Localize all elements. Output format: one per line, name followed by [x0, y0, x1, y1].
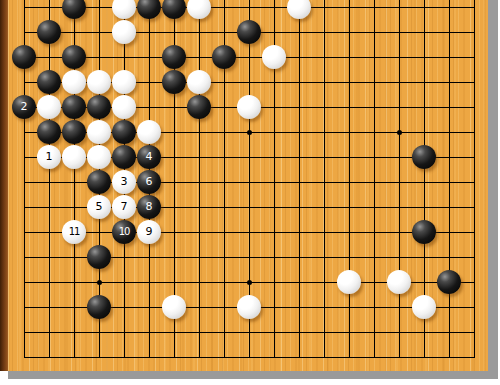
- black-stone[interactable]: [62, 120, 86, 144]
- black-stone[interactable]: [37, 70, 61, 94]
- black-stone[interactable]: [87, 295, 111, 319]
- white-stone[interactable]: [187, 0, 211, 19]
- star-point: [397, 130, 402, 135]
- grid-line-vertical: [199, 0, 200, 358]
- star-point: [247, 280, 252, 285]
- grid-line-vertical: [349, 0, 350, 358]
- black-stone[interactable]: 8: [137, 195, 161, 219]
- white-stone[interactable]: [337, 270, 361, 294]
- black-stone[interactable]: 10: [112, 220, 136, 244]
- grid-line-horizontal: [24, 357, 475, 358]
- move-number-label: 8: [146, 195, 153, 219]
- white-stone[interactable]: [37, 95, 61, 119]
- black-stone[interactable]: [87, 245, 111, 269]
- move-number-label: 4: [146, 145, 153, 169]
- grid-line-vertical: [399, 0, 400, 358]
- white-stone[interactable]: [112, 20, 136, 44]
- move-number-label: 6: [146, 170, 153, 194]
- white-stone[interactable]: 11: [62, 220, 86, 244]
- white-stone[interactable]: [87, 70, 111, 94]
- black-stone[interactable]: 2: [12, 95, 36, 119]
- black-stone[interactable]: [87, 95, 111, 119]
- black-stone[interactable]: [112, 120, 136, 144]
- grid-line-vertical: [449, 0, 450, 358]
- black-stone[interactable]: [162, 70, 186, 94]
- white-stone[interactable]: [112, 95, 136, 119]
- move-number-label: 7: [121, 195, 128, 219]
- black-stone[interactable]: [62, 45, 86, 69]
- grid-line-vertical: [324, 0, 325, 358]
- move-number-label: 3: [121, 170, 128, 194]
- move-number-label: 1: [46, 145, 53, 169]
- black-stone[interactable]: [87, 170, 111, 194]
- black-stone[interactable]: [37, 120, 61, 144]
- grid-line-vertical: [49, 0, 50, 358]
- black-stone[interactable]: [62, 95, 86, 119]
- white-stone[interactable]: [237, 95, 261, 119]
- grid-line-horizontal: [24, 232, 475, 233]
- grid-line-horizontal: [24, 57, 475, 58]
- white-stone[interactable]: [137, 120, 161, 144]
- white-stone[interactable]: 3: [112, 170, 136, 194]
- black-stone[interactable]: [237, 20, 261, 44]
- black-stone[interactable]: [212, 45, 236, 69]
- star-point: [247, 130, 252, 135]
- move-number-label: 5: [96, 195, 103, 219]
- grid-line-horizontal: [24, 332, 475, 333]
- black-stone[interactable]: [62, 0, 86, 19]
- grid-line-vertical: [374, 0, 375, 358]
- black-stone[interactable]: 4: [137, 145, 161, 169]
- white-stone[interactable]: [87, 120, 111, 144]
- black-stone[interactable]: [12, 45, 36, 69]
- white-stone[interactable]: [112, 70, 136, 94]
- move-number-label: 11: [69, 220, 80, 244]
- move-number-label: 9: [146, 220, 153, 244]
- board-layer: 2143657811109: [0, 0, 500, 385]
- white-stone[interactable]: [62, 70, 86, 94]
- white-stone[interactable]: [262, 45, 286, 69]
- move-number-label: 10: [119, 220, 130, 244]
- white-stone[interactable]: [287, 0, 311, 19]
- white-stone[interactable]: [112, 0, 136, 19]
- white-stone[interactable]: [62, 145, 86, 169]
- black-stone[interactable]: [437, 270, 461, 294]
- white-stone[interactable]: [162, 295, 186, 319]
- black-stone[interactable]: [412, 220, 436, 244]
- white-stone[interactable]: 7: [112, 195, 136, 219]
- white-stone[interactable]: [387, 270, 411, 294]
- black-stone[interactable]: [187, 95, 211, 119]
- go-diagram: 2143657811109: [0, 0, 500, 385]
- move-number-label: 2: [21, 95, 28, 119]
- white-stone[interactable]: 5: [87, 195, 111, 219]
- white-stone[interactable]: [187, 70, 211, 94]
- white-stone[interactable]: 9: [137, 220, 161, 244]
- black-stone[interactable]: [37, 20, 61, 44]
- white-stone[interactable]: 1: [37, 145, 61, 169]
- grid-line-vertical: [474, 0, 475, 358]
- white-stone[interactable]: [87, 145, 111, 169]
- star-point: [97, 280, 102, 285]
- black-stone[interactable]: [412, 145, 436, 169]
- white-stone[interactable]: [237, 295, 261, 319]
- grid-line-vertical: [299, 0, 300, 358]
- black-stone[interactable]: [112, 145, 136, 169]
- white-stone[interactable]: [412, 295, 436, 319]
- black-stone[interactable]: 6: [137, 170, 161, 194]
- black-stone[interactable]: [162, 45, 186, 69]
- black-stone[interactable]: [137, 0, 161, 19]
- black-stone[interactable]: [162, 0, 186, 19]
- grid-line-horizontal: [24, 7, 475, 8]
